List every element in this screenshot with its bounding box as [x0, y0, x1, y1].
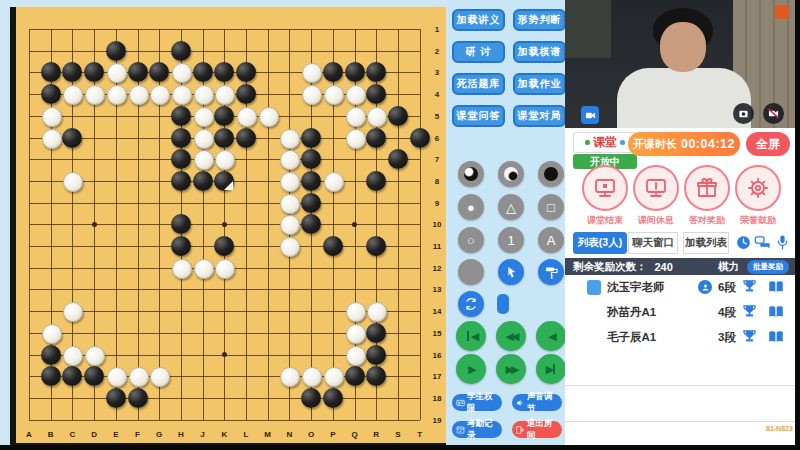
col-label: B: [48, 430, 54, 439]
go-board-widget: A1B2C3D4E5F6G7H8J9K10L11M12N13O14P15Q16R…: [0, 0, 448, 450]
col-label: E: [113, 430, 118, 439]
black-stone-O6[interactable]: [301, 128, 321, 148]
pointer-tool-icon[interactable]: [498, 259, 524, 285]
pill-idcard[interactable]: 学生权限: [452, 394, 502, 411]
white-stone-Q16[interactable]: [346, 346, 366, 366]
white-stone-M5[interactable]: [259, 107, 279, 127]
row-label: 11: [433, 242, 441, 251]
alternate-stone-tool[interactable]: [538, 161, 564, 187]
row-label: 8: [435, 176, 439, 185]
video-call-button[interactable]: [581, 106, 599, 124]
right-panel: 课堂 开放中 开课时长 00:04:12 全屏 课堂结束 课间休息 答对奖励 荣…: [565, 0, 795, 445]
row-label: 1: [435, 25, 439, 34]
black-stone-K8[interactable]: [214, 171, 234, 191]
timer-label: 开课时长: [633, 137, 677, 152]
voice-icon[interactable]: [735, 234, 752, 251]
white-stone-P4[interactable]: [324, 85, 344, 105]
row-label: 10: [433, 220, 442, 229]
white-stone-tool[interactable]: [498, 161, 524, 187]
col-label: Q: [351, 430, 357, 439]
teacher-body: [617, 68, 751, 128]
reward-bar: 剩余奖励次数： 240 棋力 批量奖励: [565, 258, 795, 275]
white-stone-E4[interactable]: [107, 85, 127, 105]
lesson-button-7[interactable]: 课堂对局: [513, 105, 566, 127]
white-stone-F4[interactable]: [129, 85, 149, 105]
white-stone-Q5[interactable]: [346, 107, 366, 127]
black-stone-E18[interactable]: [106, 388, 126, 408]
teacher-video: [565, 0, 795, 128]
white-stone-H4[interactable]: [172, 85, 192, 105]
black-stone-R15[interactable]: [366, 323, 386, 343]
grid-line-v: [268, 29, 269, 420]
pill-attend[interactable]: 考勤记录: [452, 421, 502, 438]
paint-roller-icon[interactable]: [538, 259, 564, 285]
white-stone-B5[interactable]: [42, 107, 62, 127]
black-stone-Q17[interactable]: [345, 366, 365, 386]
col-label: J: [200, 430, 204, 439]
skip-to-start-button[interactable]: ◀: [456, 321, 486, 351]
book-icon[interactable]: [767, 303, 785, 321]
white-stone-Q15[interactable]: [346, 324, 366, 344]
black-stone-K6[interactable]: [214, 128, 234, 148]
action-label: 课间休息: [630, 214, 682, 227]
black-stone-E2[interactable]: [106, 41, 126, 61]
fast-forward-button[interactable]: ▶▶: [496, 354, 526, 384]
square-mark[interactable]: □: [538, 194, 564, 220]
room-code: 81-N823: [766, 425, 793, 432]
row-label: 4: [435, 90, 439, 99]
board-border-left: [10, 7, 16, 444]
tab-0[interactable]: 列表(3人): [573, 232, 627, 254]
circle-show-button[interactable]: [497, 294, 509, 314]
black-stone-O9[interactable]: [301, 193, 321, 213]
tab-2[interactable]: 加载列表: [683, 232, 729, 254]
action-monitor[interactable]: 课堂结束: [579, 165, 631, 227]
white-stone-E17[interactable]: [107, 367, 127, 387]
black-stone-H11[interactable]: [171, 236, 191, 256]
action-label: 课堂结束: [579, 214, 631, 227]
camera-snapshot-button[interactable]: [733, 103, 754, 124]
black-stone-H5[interactable]: [171, 106, 191, 126]
black-stone-B16[interactable]: [41, 345, 61, 365]
lesson-button-2[interactable]: 研 讨: [452, 41, 505, 63]
action-label: 荣誉鼓励: [732, 214, 784, 227]
row-label: 6: [435, 133, 439, 142]
swap-refresh-icon[interactable]: [458, 291, 484, 317]
black-stone-H2[interactable]: [171, 41, 191, 61]
member-row-2[interactable]: 毛子辰A1 3段: [565, 325, 795, 351]
lesson-button-4[interactable]: 死活题库: [452, 73, 505, 95]
white-stone-D16[interactable]: [85, 346, 105, 366]
lesson-button-0[interactable]: 加载讲义: [452, 9, 505, 31]
row-label: 14: [433, 307, 442, 316]
white-stone-B6[interactable]: [42, 129, 62, 149]
row-label: 19: [433, 415, 442, 424]
member-name: 毛子辰A1: [607, 330, 656, 345]
col-label: C: [70, 430, 76, 439]
empty-row: [565, 386, 795, 422]
white-stone-F17[interactable]: [129, 367, 149, 387]
tab-1[interactable]: 聊天窗口: [628, 232, 678, 254]
black-stone-J8[interactable]: [193, 171, 213, 191]
teacher-badge-icon: [698, 280, 712, 294]
row-label: 5: [435, 111, 439, 120]
number-mark-1[interactable]: 1: [498, 227, 524, 253]
video-shelf: [565, 0, 611, 58]
col-label: A: [26, 430, 32, 439]
col-label: O: [308, 430, 314, 439]
black-stone-B17[interactable]: [41, 366, 61, 386]
col-label: H: [178, 430, 184, 439]
toolbar-panel: 加载讲义形势判断研 讨加载棋谱死活题库加载作业课堂问答课堂对局 ●△□○1A◀◀…: [448, 0, 565, 450]
letter-mark-A[interactable]: A: [538, 227, 564, 253]
white-stone-P8[interactable]: [324, 172, 344, 192]
black-stone-R16[interactable]: [366, 345, 386, 365]
black-stone-L4[interactable]: [236, 84, 256, 104]
white-stone-H12[interactable]: [172, 259, 192, 279]
white-stone-P17[interactable]: [324, 367, 344, 387]
trophy-icon[interactable]: [741, 328, 758, 345]
trophy-icon[interactable]: [741, 303, 758, 320]
col-label: T: [417, 430, 422, 439]
trophy-icon[interactable]: [741, 278, 758, 295]
white-stone-J12[interactable]: [194, 259, 214, 279]
black-stone-H8[interactable]: [171, 171, 191, 191]
row-label: 17: [433, 372, 442, 381]
mic-icon[interactable]: [774, 234, 791, 251]
white-stone-C16[interactable]: [63, 346, 83, 366]
letterbox-bottom: [0, 445, 800, 450]
circle-mark[interactable]: ○: [458, 227, 484, 253]
action-medal[interactable]: 荣誉鼓励: [732, 165, 784, 227]
star-point: [352, 222, 357, 227]
black-stone-O18[interactable]: [301, 388, 321, 408]
lesson-button-5[interactable]: 加载作业: [513, 73, 566, 95]
answer-tool[interactable]: [458, 259, 484, 285]
black-stone-P11[interactable]: [323, 236, 343, 256]
col-label: L: [244, 430, 249, 439]
black-stone-L6[interactable]: [236, 128, 256, 148]
white-stone-Q4[interactable]: [346, 85, 366, 105]
reward-count-label: 剩余奖励次数：: [573, 260, 647, 274]
book-icon[interactable]: [767, 278, 785, 296]
col-label: D: [91, 430, 97, 439]
white-stone-R5[interactable]: [367, 107, 387, 127]
go-classroom-app: A1B2C3D4E5F6G7H8J9K10L11M12N13O14P15Q16R…: [0, 0, 800, 450]
black-stone-B3[interactable]: [41, 62, 61, 82]
col-label: N: [287, 430, 293, 439]
triangle-mark[interactable]: △: [498, 194, 524, 220]
white-stone-J5[interactable]: [194, 107, 214, 127]
black-stone-F3[interactable]: [128, 62, 148, 82]
white-stone-N6[interactable]: [280, 129, 300, 149]
strength-label: 棋力: [718, 260, 739, 274]
grid-line-h: [29, 420, 420, 421]
row-label: 9: [435, 198, 439, 207]
star-point: [222, 352, 227, 357]
pill-speaker[interactable]: 声音调节: [512, 394, 562, 411]
white-stone-K12[interactable]: [215, 259, 235, 279]
black-stone-F18[interactable]: [128, 388, 148, 408]
grid-line-h: [29, 398, 420, 399]
pill-exit[interactable]: 退出房间: [512, 421, 562, 438]
teacher-face: [660, 22, 706, 72]
class-status-badge: 课堂 开放中: [573, 132, 637, 168]
monitor2-icon: [633, 165, 679, 211]
action-label: 答对奖励: [681, 214, 733, 227]
black-stone-S5[interactable]: [388, 106, 408, 126]
black-stone-S7[interactable]: [388, 149, 408, 169]
rewind-button[interactable]: ◀◀: [496, 321, 526, 351]
filled-circle-mark[interactable]: ●: [458, 194, 484, 220]
black-stone-H6[interactable]: [171, 128, 191, 148]
col-label: G: [156, 430, 162, 439]
member-name: 沈玉宇老师: [607, 280, 665, 295]
action-monitor2[interactable]: 课间休息: [630, 165, 682, 227]
fullscreen-button[interactable]: 全屏: [746, 132, 790, 156]
step-back-button[interactable]: ◀: [536, 321, 566, 351]
chat-icon[interactable]: [754, 234, 771, 251]
action-gift[interactable]: 答对奖励: [681, 165, 733, 227]
skip-to-end-button[interactable]: ▶: [536, 354, 566, 384]
book-icon[interactable]: [767, 328, 785, 346]
row-label: 15: [433, 328, 442, 337]
black-stone-J3[interactable]: [193, 62, 213, 82]
member-rank: 4段: [718, 305, 736, 320]
avatar: [587, 280, 601, 295]
grid-line-v: [420, 29, 421, 420]
col-label: R: [373, 430, 379, 439]
white-stone-L5[interactable]: [237, 107, 257, 127]
white-stone-Q6[interactable]: [346, 129, 366, 149]
black-stone-R6[interactable]: [366, 128, 386, 148]
last-move-marker: [224, 181, 233, 190]
star-point: [92, 222, 97, 227]
gift-icon: [684, 165, 730, 211]
lesson-button-1[interactable]: 形势判断: [513, 9, 566, 31]
black-stone-B4[interactable]: [41, 84, 61, 104]
black-stone-R8[interactable]: [366, 171, 386, 191]
col-label: K: [221, 430, 227, 439]
class-timer: 开课时长 00:04:12: [628, 132, 740, 156]
black-stone-tool[interactable]: [458, 161, 484, 187]
camera-off-button[interactable]: [763, 103, 784, 124]
black-stone-C6[interactable]: [62, 128, 82, 148]
row-label: 7: [435, 155, 439, 164]
col-label: S: [395, 430, 400, 439]
row-label: 2: [435, 46, 439, 55]
reward-count-value: 240: [655, 261, 673, 273]
batch-reward-button[interactable]: 批量奖励: [747, 260, 789, 274]
row-label: 18: [433, 393, 442, 402]
member-name: 孙苗丹A1: [607, 305, 656, 320]
row-label: 3: [435, 68, 439, 77]
black-stone-P18[interactable]: [323, 388, 343, 408]
white-stone-B15[interactable]: [42, 324, 62, 344]
black-stone-K5[interactable]: [214, 106, 234, 126]
member-rank: 3段: [718, 330, 736, 345]
member-rank: 6段: [718, 280, 736, 295]
monitor-icon: [582, 165, 628, 211]
row-label: 16: [433, 350, 442, 359]
white-stone-N9[interactable]: [280, 194, 300, 214]
col-label: F: [135, 430, 140, 439]
member-row-0[interactable]: 沈玉宇老师 6段: [565, 275, 795, 301]
white-stone-J6[interactable]: [194, 129, 214, 149]
black-stone-T6[interactable]: [410, 128, 430, 148]
black-stone-Q3[interactable]: [345, 62, 365, 82]
row-label: 12: [433, 263, 442, 272]
empty-row: [565, 350, 795, 386]
black-stone-H7[interactable]: [171, 149, 191, 169]
white-stone-Q14[interactable]: [346, 302, 366, 322]
medal-icon: [735, 165, 781, 211]
row-label: 13: [433, 285, 442, 294]
black-stone-O8[interactable]: [301, 171, 321, 191]
record-indicator: [775, 5, 789, 19]
letterbox-right: [795, 0, 800, 450]
white-stone-J7[interactable]: [194, 150, 214, 170]
timer-value: 00:04:12: [681, 137, 735, 151]
grid-line-v: [398, 29, 399, 420]
white-stone-J4[interactable]: [194, 85, 214, 105]
lesson-button-6[interactable]: 课堂问答: [452, 105, 505, 127]
grid-line-h: [29, 289, 420, 290]
play-button[interactable]: ▶: [456, 354, 486, 384]
star-point: [222, 222, 227, 227]
col-label: M: [264, 430, 271, 439]
member-row-1[interactable]: 孙苗丹A1 4段: [565, 300, 795, 326]
col-label: P: [330, 430, 335, 439]
lesson-button-3[interactable]: 加载棋谱: [513, 41, 566, 63]
